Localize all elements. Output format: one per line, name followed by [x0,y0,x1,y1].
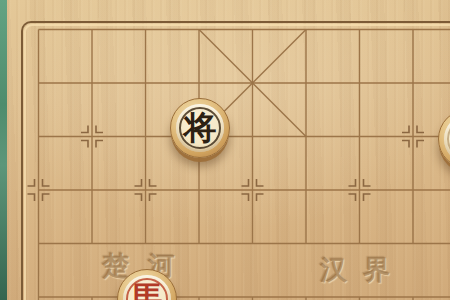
piece-red-horse[interactable]: 馬 [117,269,177,300]
xiangqi-game-screenshot: 楚河 汉界 将馬 [0,0,450,300]
piece-black-general[interactable]: 将 [170,98,230,158]
piece-character [439,110,450,168]
piece-edge-partial-piece[interactable] [438,109,450,169]
river-label-han-jie: 汉界 [320,256,406,283]
piece-character: 将 [171,99,229,157]
piece-character: 馬 [118,270,176,300]
